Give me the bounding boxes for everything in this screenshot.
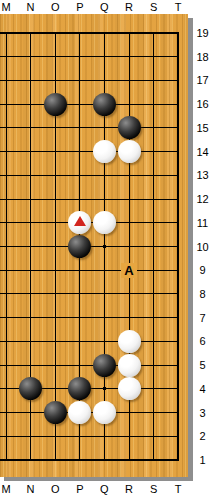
row-label-5: 5 [193, 358, 212, 372]
column-label-top-Q: Q [96, 1, 112, 14]
go-board-diagram: MNOPQRSTMNOPQRST191817161514131211109876… [0, 0, 212, 500]
row-label-14: 14 [193, 145, 212, 159]
column-label-top-S: S [146, 1, 162, 14]
column-label-bottom-O: O [47, 483, 63, 496]
row-label-15: 15 [193, 121, 212, 135]
white-stone-R4[interactable] [118, 377, 141, 400]
column-label-bottom-P: P [72, 483, 88, 496]
white-stone-Q3[interactable] [93, 401, 116, 424]
column-label-bottom-Q: Q [96, 483, 112, 496]
column-label-top-P: P [72, 1, 88, 14]
column-label-top-M: M [0, 1, 14, 14]
black-stone-Q16[interactable] [93, 93, 116, 116]
star-point-Q10 [103, 245, 106, 248]
column-label-bottom-M: M [0, 483, 14, 496]
row-label-17: 17 [193, 73, 212, 87]
triangle-mark-icon [74, 216, 86, 226]
row-label-10: 10 [193, 240, 212, 254]
column-label-bottom-N: N [23, 483, 39, 496]
white-stone-Q14[interactable] [93, 140, 116, 163]
black-stone-O3[interactable] [44, 401, 67, 424]
white-stone-R5[interactable] [118, 354, 141, 377]
column-label-top-R: R [121, 1, 137, 14]
row-label-3: 3 [193, 406, 212, 420]
column-label-bottom-T: T [170, 483, 186, 496]
column-label-top-T: T [170, 1, 186, 14]
column-label-bottom-R: R [121, 483, 137, 496]
row-label-1: 1 [193, 453, 212, 467]
board-annotation-A[interactable]: A [121, 263, 137, 278]
row-label-11: 11 [193, 216, 212, 230]
board-shadow-bottom [4, 477, 193, 481]
row-label-7: 7 [193, 311, 212, 325]
white-stone-R14[interactable] [118, 140, 141, 163]
row-label-6: 6 [193, 334, 212, 348]
row-label-4: 4 [193, 382, 212, 396]
row-label-9: 9 [193, 263, 212, 277]
grid-vline-M [6, 32, 7, 461]
column-label-top-N: N [23, 1, 39, 14]
row-label-18: 18 [193, 50, 212, 64]
black-stone-Q5[interactable] [93, 354, 116, 377]
row-label-19: 19 [193, 26, 212, 40]
grid-vline-S [153, 32, 154, 461]
column-label-bottom-S: S [146, 483, 162, 496]
grid-vline-T [177, 32, 179, 461]
row-label-8: 8 [193, 287, 212, 301]
star-point-Q4 [103, 387, 106, 390]
row-label-13: 13 [193, 168, 212, 182]
row-label-2: 2 [193, 429, 212, 443]
row-label-16: 16 [193, 97, 212, 111]
column-label-top-O: O [47, 1, 63, 14]
row-label-12: 12 [193, 192, 212, 206]
black-stone-R15[interactable] [118, 116, 141, 139]
black-stone-O16[interactable] [44, 93, 67, 116]
white-stone-R6[interactable] [118, 330, 141, 353]
